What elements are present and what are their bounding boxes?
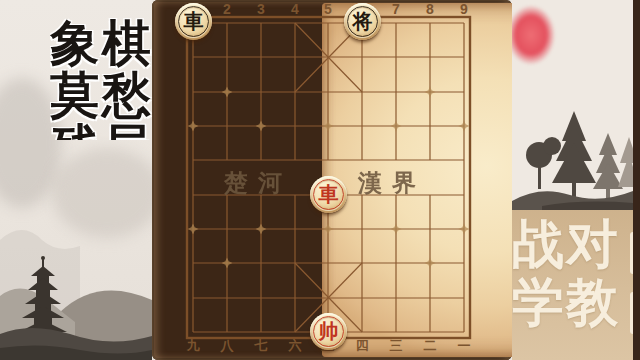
ink-pine-hill [512, 105, 633, 210]
file-number-bottom: 二 [420, 337, 440, 355]
piece-char: 帅 [319, 321, 339, 341]
file-number-top: 9 [454, 1, 474, 17]
calligraphy-title: 象棋 莫愁 残局 [50, 18, 152, 140]
piece-black-chariot[interactable]: 車 [175, 3, 212, 40]
file-number-bottom: 七 [251, 337, 271, 355]
piece-char: 将 [353, 11, 373, 31]
poster-text: 战对 学教 [512, 216, 633, 332]
file-number-bottom: 一 [454, 337, 474, 355]
ink-landscape-pagoda [0, 200, 152, 360]
calligraphy-row-1: 象棋 [50, 18, 152, 70]
file-number-top: 2 [217, 1, 237, 17]
piece-char: 車 [319, 184, 339, 204]
file-number-top: 8 [420, 1, 440, 17]
file-number-top: 5 [318, 1, 338, 17]
file-number-bottom: 九 [183, 337, 203, 355]
piece-red-chariot[interactable]: 車 [310, 176, 347, 213]
file-number-bottom: 八 [217, 337, 237, 355]
video-thumbnail: 象棋 莫愁 残局 [0, 0, 640, 360]
piece-black-general[interactable]: 将 [344, 3, 381, 40]
poster-row-2: 学教 [512, 274, 633, 332]
poster-row-1: 战对 [512, 216, 633, 274]
file-number-bottom: 六 [285, 337, 305, 355]
piece-red-general[interactable]: 帅 [310, 313, 347, 350]
file-number-top: 3 [251, 1, 271, 17]
piece-char: 車 [184, 11, 204, 31]
file-number-top: 4 [285, 1, 305, 17]
river-label-han: 漢界 [358, 167, 426, 199]
left-art-panel: 象棋 莫愁 残局 [0, 0, 152, 360]
river-label-chu: 楚河 [224, 167, 292, 199]
right-edge-bar [633, 0, 640, 360]
right-art-panel: 战对 学教 [512, 0, 633, 360]
file-number-bottom: 三 [386, 337, 406, 355]
calligraphy-row-clipped: 残局 [50, 122, 152, 140]
file-number-bottom: 四 [352, 337, 372, 355]
file-number-top: 7 [386, 1, 406, 17]
red-sun-icon [512, 4, 556, 78]
calligraphy-row-2: 莫愁 [50, 70, 152, 122]
